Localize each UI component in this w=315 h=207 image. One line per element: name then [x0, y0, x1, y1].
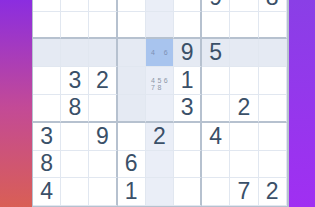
cell-r2c3[interactable] [89, 0, 117, 12]
cell-r5c6[interactable]: 1 [174, 67, 202, 95]
cell-r9c2[interactable] [61, 178, 89, 206]
cell-r7c3[interactable]: 9 [89, 123, 117, 151]
digit-r2c7: 9 [209, 0, 222, 9]
background-gradient-right [286, 0, 315, 207]
cell-r8c1[interactable]: 8 [33, 151, 61, 179]
digit-r9c8: 7 [238, 180, 251, 203]
cell-r3c1[interactable] [33, 12, 61, 40]
cell-r7c8[interactable] [230, 123, 258, 151]
cell-r8c6[interactable] [174, 151, 202, 179]
cell-r5c1[interactable] [33, 67, 61, 95]
pencil-notes-r4c5: 46 [146, 39, 173, 66]
cell-r7c1[interactable]: 3 [33, 123, 61, 151]
cell-r8c7[interactable] [202, 151, 230, 179]
cell-r5c5[interactable]: 45678 [146, 67, 174, 95]
cell-r6c7[interactable] [202, 95, 230, 123]
digit-r4c7: 5 [209, 41, 222, 64]
digit-r9c4: 1 [125, 180, 138, 203]
cell-r2c7[interactable]: 9 [202, 0, 230, 12]
digit-r8c4: 6 [125, 152, 138, 175]
cell-r2c8[interactable] [230, 0, 258, 12]
cell-r8c8[interactable] [230, 151, 258, 179]
cell-r4c8[interactable] [230, 39, 258, 67]
cell-r2c2[interactable] [61, 0, 89, 12]
cell-r4c5[interactable]: 46 [146, 39, 174, 67]
cell-r8c5[interactable] [146, 151, 174, 179]
cell-r4c4[interactable] [118, 39, 146, 67]
cell-r6c2[interactable]: 8 [61, 95, 89, 123]
cell-r9c9[interactable]: 2 [259, 178, 287, 206]
cell-r8c9[interactable] [259, 151, 287, 179]
cell-r9c5[interactable] [146, 178, 174, 206]
cell-r3c2[interactable] [61, 12, 89, 40]
cell-r4c9[interactable] [259, 39, 287, 67]
cell-r5c9[interactable] [259, 67, 287, 95]
cell-r4c1[interactable] [33, 39, 61, 67]
digit-r7c5: 2 [153, 125, 166, 148]
digit-r2c9: 8 [266, 0, 279, 9]
cell-r4c7[interactable]: 5 [202, 39, 230, 67]
cell-r4c6[interactable]: 9 [174, 39, 202, 67]
digit-r5c3: 2 [96, 69, 109, 92]
cell-r8c4[interactable]: 6 [118, 151, 146, 179]
digit-r8c1: 8 [40, 152, 53, 175]
app-screen: 984695324567818323924864172 [0, 0, 315, 207]
cell-r2c1[interactable] [33, 0, 61, 12]
background-gradient-left [0, 0, 33, 207]
cell-r2c4[interactable] [118, 0, 146, 12]
cell-r5c8[interactable] [230, 67, 258, 95]
cell-r5c4[interactable] [118, 67, 146, 95]
cell-r6c8[interactable]: 2 [230, 95, 258, 123]
cell-r3c8[interactable] [230, 12, 258, 40]
cell-r9c6[interactable] [174, 178, 202, 206]
cell-r5c2[interactable]: 3 [61, 67, 89, 95]
cell-r6c6[interactable]: 3 [174, 95, 202, 123]
cell-r2c6[interactable] [174, 0, 202, 12]
cell-r9c7[interactable] [202, 178, 230, 206]
digit-r7c7: 4 [209, 125, 222, 148]
sudoku-board: 984695324567818323924864172 [32, 0, 289, 207]
cell-r8c3[interactable] [89, 151, 117, 179]
cell-r9c8[interactable]: 7 [230, 178, 258, 206]
cell-r7c4[interactable] [118, 123, 146, 151]
cell-r6c3[interactable] [89, 95, 117, 123]
cell-r7c5[interactable]: 2 [146, 123, 174, 151]
cell-r3c4[interactable] [118, 12, 146, 40]
cell-r9c3[interactable] [89, 178, 117, 206]
cell-r3c7[interactable] [202, 12, 230, 40]
digit-r9c9: 2 [266, 180, 279, 203]
cell-r9c1[interactable]: 4 [33, 178, 61, 206]
digit-r5c2: 3 [68, 69, 81, 92]
digit-r6c2: 8 [68, 96, 81, 119]
cell-r3c9[interactable] [259, 12, 287, 40]
cell-r6c4[interactable] [118, 95, 146, 123]
cell-r5c3[interactable]: 2 [89, 67, 117, 95]
cell-r4c2[interactable] [61, 39, 89, 67]
cell-r3c5[interactable] [146, 12, 174, 40]
cell-r6c1[interactable] [33, 95, 61, 123]
cell-r3c6[interactable] [174, 12, 202, 40]
digit-r5c6: 1 [181, 69, 194, 92]
digit-r7c3: 9 [96, 125, 109, 148]
cell-r9c4[interactable]: 1 [118, 178, 146, 206]
cell-r6c9[interactable] [259, 95, 287, 123]
pencil-notes-r5c5: 45678 [146, 67, 173, 94]
cell-r3c3[interactable] [89, 12, 117, 40]
digit-r7c1: 3 [40, 125, 53, 148]
cell-r2c5[interactable] [146, 0, 174, 12]
cell-r7c7[interactable]: 4 [202, 123, 230, 151]
cell-r5c7[interactable] [202, 67, 230, 95]
cell-r4c3[interactable] [89, 39, 117, 67]
digit-r6c6: 3 [181, 96, 194, 119]
digit-r9c1: 4 [40, 180, 53, 203]
cell-r7c9[interactable] [259, 123, 287, 151]
cell-r7c2[interactable] [61, 123, 89, 151]
cell-r2c9[interactable]: 8 [259, 0, 287, 12]
digit-r4c6: 9 [181, 41, 194, 64]
cell-r7c6[interactable] [174, 123, 202, 151]
digit-r6c8: 2 [238, 96, 251, 119]
cell-r6c5[interactable] [146, 95, 174, 123]
cell-r8c2[interactable] [61, 151, 89, 179]
